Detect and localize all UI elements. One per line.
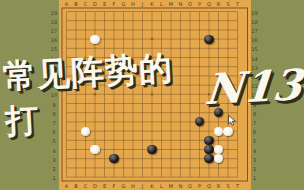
row-label-right-12: 12 xyxy=(251,74,257,79)
row-label-left-17: 17 xyxy=(51,28,57,33)
row-label-right-13: 13 xyxy=(251,65,257,70)
row-label-left-16: 16 xyxy=(51,38,57,43)
row-label-left-1: 1 xyxy=(52,176,55,181)
col-label-bottom-G: G xyxy=(122,184,126,189)
row-label-right-5: 5 xyxy=(253,139,256,144)
row-label-right-9: 9 xyxy=(253,102,256,107)
col-label-bottom-F: F xyxy=(113,184,116,189)
col-label-bottom-N: N xyxy=(179,184,183,189)
row-label-left-18: 18 xyxy=(51,19,57,24)
white-stone-R6[interactable] xyxy=(214,127,223,136)
row-label-left-15: 15 xyxy=(51,47,57,52)
row-label-right-1: 1 xyxy=(253,176,256,181)
col-label-bottom-S: S xyxy=(226,184,229,189)
row-label-left-13: 13 xyxy=(51,65,57,70)
col-label-top-S: S xyxy=(226,1,229,6)
row-label-right-16: 16 xyxy=(251,38,257,43)
col-label-top-H: H xyxy=(131,1,135,6)
row-label-right-7: 7 xyxy=(253,120,256,125)
col-label-top-R: R xyxy=(217,1,220,6)
black-stone-Q4[interactable] xyxy=(204,145,213,154)
col-label-top-F: F xyxy=(113,1,116,6)
col-label-bottom-K: K xyxy=(150,184,153,189)
row-label-right-19: 19 xyxy=(251,10,257,15)
col-label-bottom-A: A xyxy=(65,184,68,189)
col-label-bottom-P: P xyxy=(198,184,201,189)
col-label-bottom-L: L xyxy=(160,184,163,189)
col-label-bottom-O: O xyxy=(188,184,192,189)
col-label-top-O: O xyxy=(188,1,192,6)
row-label-right-2: 2 xyxy=(253,166,256,171)
black-stone-Q5[interactable] xyxy=(204,136,213,145)
white-stone-D4[interactable] xyxy=(90,145,99,154)
col-label-bottom-H: H xyxy=(131,184,135,189)
white-stone-D16[interactable] xyxy=(90,35,99,44)
row-label-right-18: 18 xyxy=(251,19,257,24)
col-label-top-G: G xyxy=(122,1,126,6)
goban-grid xyxy=(0,0,304,190)
white-stone-C6[interactable] xyxy=(81,127,90,136)
row-label-right-17: 17 xyxy=(251,28,257,33)
col-label-bottom-J: J xyxy=(142,184,143,189)
row-label-right-4: 4 xyxy=(253,148,256,153)
col-label-top-B: B xyxy=(74,1,77,6)
row-label-left-3: 3 xyxy=(52,157,55,162)
col-label-top-A: A xyxy=(65,1,68,6)
col-label-top-P: P xyxy=(198,1,201,6)
col-label-top-E: E xyxy=(103,1,106,6)
col-label-bottom-T: T xyxy=(236,184,239,189)
go-app-screen: AABBCCDDEEFFGGHHJJKKLLMMNNOOPPQQRRSSTT19… xyxy=(0,0,304,190)
col-label-bottom-M: M xyxy=(169,184,173,189)
row-label-left-2: 2 xyxy=(52,166,55,171)
row-label-left-5: 5 xyxy=(52,139,55,144)
row-label-right-14: 14 xyxy=(251,56,257,61)
row-label-left-4: 4 xyxy=(52,148,55,153)
row-label-right-8: 8 xyxy=(253,111,256,116)
col-label-bottom-Q: Q xyxy=(207,184,211,189)
col-label-top-C: C xyxy=(84,1,88,6)
row-label-left-10: 10 xyxy=(51,93,57,98)
col-label-top-L: L xyxy=(160,1,163,6)
col-label-bottom-R: R xyxy=(217,184,220,189)
col-label-bottom-D: D xyxy=(93,184,97,189)
col-label-bottom-B: B xyxy=(74,184,77,189)
row-label-right-6: 6 xyxy=(253,130,256,135)
black-stone-K4[interactable] xyxy=(147,145,156,154)
col-label-top-J: J xyxy=(142,1,143,6)
row-label-left-19: 19 xyxy=(51,10,57,15)
col-label-top-D: D xyxy=(93,1,97,6)
row-label-left-11: 11 xyxy=(51,84,57,89)
black-stone-F3[interactable] xyxy=(109,154,118,163)
col-label-top-N: N xyxy=(179,1,183,6)
row-label-left-12: 12 xyxy=(51,74,57,79)
white-stone-S6[interactable] xyxy=(223,127,232,136)
col-label-bottom-E: E xyxy=(103,184,106,189)
col-label-top-M: M xyxy=(169,1,173,6)
col-label-bottom-C: C xyxy=(84,184,88,189)
row-label-right-10: 10 xyxy=(251,93,257,98)
row-label-right-3: 3 xyxy=(253,157,256,162)
row-label-right-11: 11 xyxy=(251,84,257,89)
row-label-left-14: 14 xyxy=(51,56,57,61)
row-label-right-15: 15 xyxy=(251,47,257,52)
row-label-left-8: 8 xyxy=(52,111,55,116)
col-label-top-T: T xyxy=(236,1,239,6)
row-label-left-6: 6 xyxy=(52,130,55,135)
black-stone-Q3[interactable] xyxy=(204,154,213,163)
black-stone-Q16[interactable] xyxy=(204,35,213,44)
cursor-icon xyxy=(228,115,236,126)
col-label-top-K: K xyxy=(150,1,153,6)
row-label-left-9: 9 xyxy=(52,102,55,107)
col-label-top-Q: Q xyxy=(207,1,211,6)
row-label-left-7: 7 xyxy=(52,120,55,125)
